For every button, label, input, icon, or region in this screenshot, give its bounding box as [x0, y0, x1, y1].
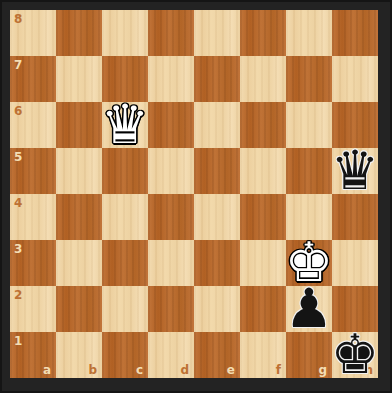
square-b2[interactable] [56, 286, 102, 332]
file-label-f: f [276, 364, 281, 376]
square-g7[interactable] [286, 56, 332, 102]
square-g6[interactable] [286, 102, 332, 148]
rank-label-3: 3 [14, 243, 22, 255]
square-e3[interactable] [194, 240, 240, 286]
square-e4[interactable] [194, 194, 240, 240]
square-g5[interactable] [286, 148, 332, 194]
square-c6[interactable]: ♛ [102, 102, 148, 148]
square-c8[interactable] [102, 10, 148, 56]
square-a5[interactable]: 5 [10, 148, 56, 194]
square-d5[interactable] [148, 148, 194, 194]
square-b5[interactable] [56, 148, 102, 194]
square-d6[interactable] [148, 102, 194, 148]
square-h3[interactable] [332, 240, 378, 286]
square-b8[interactable] [56, 10, 102, 56]
square-f6[interactable] [240, 102, 286, 148]
square-c3[interactable] [102, 240, 148, 286]
square-b1[interactable]: b [56, 332, 102, 378]
file-label-a: a [43, 364, 51, 376]
square-g2[interactable]: ♟ [286, 286, 332, 332]
square-d2[interactable] [148, 286, 194, 332]
square-c2[interactable] [102, 286, 148, 332]
file-label-e: e [227, 364, 235, 376]
square-e1[interactable]: e [194, 332, 240, 378]
board-frame: { "game": "chess", "position": { "fen": … [0, 0, 392, 393]
file-label-g: g [318, 364, 327, 376]
square-a6[interactable]: 6 [10, 102, 56, 148]
square-f1[interactable]: f [240, 332, 286, 378]
rank-label-1: 1 [14, 335, 22, 347]
rank-label-5: 5 [14, 151, 22, 163]
square-g8[interactable] [286, 10, 332, 56]
square-d8[interactable] [148, 10, 194, 56]
square-b7[interactable] [56, 56, 102, 102]
square-d3[interactable] [148, 240, 194, 286]
rank-label-8: 8 [14, 13, 22, 25]
piece-black-queen-h5[interactable]: ♛ [331, 148, 379, 194]
file-label-c: c [136, 364, 143, 376]
square-f7[interactable] [240, 56, 286, 102]
chess-board: 876♛5♛43♚2♟1abcdefgh♚ [10, 10, 378, 378]
square-e5[interactable] [194, 148, 240, 194]
rank-label-7: 7 [14, 59, 22, 71]
square-f5[interactable] [240, 148, 286, 194]
piece-black-pawn-g2[interactable]: ♟ [285, 286, 333, 332]
piece-black-king-h1[interactable]: ♚ [331, 332, 379, 378]
square-a8[interactable]: 8 [10, 10, 56, 56]
square-e8[interactable] [194, 10, 240, 56]
square-d1[interactable]: d [148, 332, 194, 378]
square-f8[interactable] [240, 10, 286, 56]
square-a7[interactable]: 7 [10, 56, 56, 102]
square-h7[interactable] [332, 56, 378, 102]
square-e7[interactable] [194, 56, 240, 102]
rank-label-6: 6 [14, 105, 22, 117]
square-f2[interactable] [240, 286, 286, 332]
square-h1[interactable]: h♚ [332, 332, 378, 378]
rank-label-4: 4 [14, 197, 22, 209]
file-label-d: d [180, 364, 189, 376]
square-b3[interactable] [56, 240, 102, 286]
square-f3[interactable] [240, 240, 286, 286]
square-h8[interactable] [332, 10, 378, 56]
square-b6[interactable] [56, 102, 102, 148]
rank-label-2: 2 [14, 289, 22, 301]
square-e6[interactable] [194, 102, 240, 148]
square-b4[interactable] [56, 194, 102, 240]
piece-white-queen-c6[interactable]: ♛ [101, 102, 149, 148]
square-a3[interactable]: 3 [10, 240, 56, 286]
square-e2[interactable] [194, 286, 240, 332]
square-a1[interactable]: 1a [10, 332, 56, 378]
square-c4[interactable] [102, 194, 148, 240]
square-a4[interactable]: 4 [10, 194, 56, 240]
square-d7[interactable] [148, 56, 194, 102]
square-a2[interactable]: 2 [10, 286, 56, 332]
square-c1[interactable]: c [102, 332, 148, 378]
file-label-b: b [88, 364, 97, 376]
square-f4[interactable] [240, 194, 286, 240]
square-h5[interactable]: ♛ [332, 148, 378, 194]
square-d4[interactable] [148, 194, 194, 240]
